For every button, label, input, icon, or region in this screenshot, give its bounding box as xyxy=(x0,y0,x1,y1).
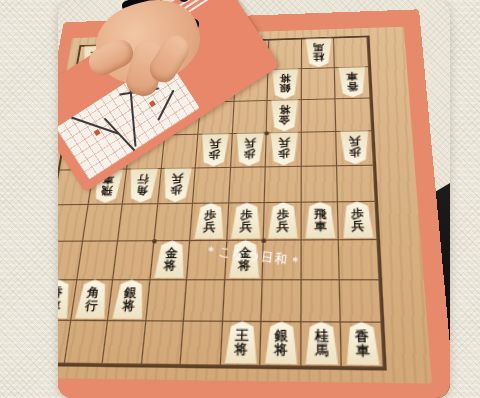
shogi-piece-1d: 歩兵 xyxy=(340,130,371,164)
shogi-piece-4i: 王将 xyxy=(224,321,258,364)
board-cell xyxy=(113,241,154,280)
shogi-piece-8h: 角行 xyxy=(74,279,110,319)
shogi-piece-3i: 銀将 xyxy=(264,321,298,364)
board-cell: 銀将 xyxy=(261,322,302,367)
shogi-piece-4f: 歩兵 xyxy=(230,202,262,239)
board-cell xyxy=(142,321,185,365)
board-cell xyxy=(184,280,225,322)
board-cell xyxy=(301,280,341,322)
board-cell: 銀将 xyxy=(268,69,302,101)
board-cell: 歩兵 xyxy=(158,168,196,204)
shogi-piece-6e: 歩兵 xyxy=(161,168,193,203)
board-cell xyxy=(302,166,339,202)
diagram-red-square xyxy=(149,100,156,107)
board-cell xyxy=(103,321,146,365)
board-cell xyxy=(64,321,108,364)
board-cell: 歩兵 xyxy=(266,133,302,168)
board-cell xyxy=(193,168,231,204)
board-cell: 銀将 xyxy=(108,280,150,321)
board-cell xyxy=(146,280,187,321)
board-cell xyxy=(229,167,266,203)
diagram-arrow xyxy=(104,118,142,159)
board-cell: 歩兵 xyxy=(231,133,267,168)
board-cell xyxy=(338,166,376,203)
board-cell xyxy=(262,280,302,322)
shogi-piece-5d: 歩兵 xyxy=(199,133,229,166)
shogi-piece-6g: 金将 xyxy=(154,240,188,278)
board-cell: 歩兵 xyxy=(227,203,265,241)
board-cell: 歩兵 xyxy=(264,203,301,241)
board-cell: 角行 xyxy=(71,280,114,321)
board-cell: 歩兵 xyxy=(338,202,377,240)
board-cell: 歩兵 xyxy=(196,134,233,168)
board-cell xyxy=(339,240,379,280)
shogi-piece-2a: 桂馬 xyxy=(305,38,333,68)
shogi-piece-4d: 歩兵 xyxy=(234,133,264,166)
board-cell xyxy=(265,167,302,203)
diagram-arrow xyxy=(157,90,174,121)
board-cell xyxy=(154,204,193,241)
shogi-piece-3b: 銀将 xyxy=(271,68,299,99)
board-cell: 歩兵 xyxy=(190,203,229,241)
board-cell: 金将 xyxy=(150,241,190,280)
shogi-piece-1i: 香車 xyxy=(345,322,380,366)
board-cell: 桂馬 xyxy=(301,322,342,367)
board-cell: 角行 xyxy=(123,169,162,205)
board-cell: 桂馬 xyxy=(302,38,335,69)
diagram-red-square xyxy=(94,129,101,136)
shogi-piece-2f: 飛車 xyxy=(305,201,336,238)
shogi-piece-3c: 金将 xyxy=(270,99,299,131)
board-cell xyxy=(302,99,337,132)
board-cell xyxy=(118,204,158,241)
board-cell xyxy=(302,68,336,100)
board-cell xyxy=(302,132,338,167)
shogi-piece-1b: 香車 xyxy=(338,67,367,98)
shogi-piece-3d: 歩兵 xyxy=(269,132,298,166)
board-cell xyxy=(301,240,340,280)
board-cell xyxy=(223,280,263,322)
board-cell: 飛車 xyxy=(302,202,340,240)
board-cell xyxy=(340,280,381,323)
shogi-piece-7e: 角行 xyxy=(126,168,158,202)
board-cell: 金将 xyxy=(267,100,302,133)
shogi-piece-3f: 歩兵 xyxy=(267,202,298,239)
board-cell: 香車 xyxy=(341,323,384,368)
board-cell xyxy=(336,98,372,132)
board-cell xyxy=(335,37,369,68)
shogi-piece-7h: 銀将 xyxy=(112,279,147,319)
shogi-piece-2i: 桂馬 xyxy=(305,321,339,364)
board-cell xyxy=(161,135,198,169)
shogi-piece-1f: 歩兵 xyxy=(342,201,374,238)
board-cell xyxy=(77,241,118,280)
board-cell xyxy=(233,101,268,134)
photo-frame: 香車桂馬桂馬銀将香車歩兵歩兵歩兵金将銀将歩兵歩兵歩兵歩兵飛車角行歩兵歩兵歩兵歩兵… xyxy=(58,0,450,398)
board-cell xyxy=(83,205,123,242)
board-cell: 歩兵 xyxy=(337,131,374,166)
board-cell: 香車 xyxy=(335,67,370,99)
board-cell xyxy=(181,322,223,366)
board-cell: 王将 xyxy=(221,322,262,366)
shogi-piece-5f: 歩兵 xyxy=(194,203,226,239)
